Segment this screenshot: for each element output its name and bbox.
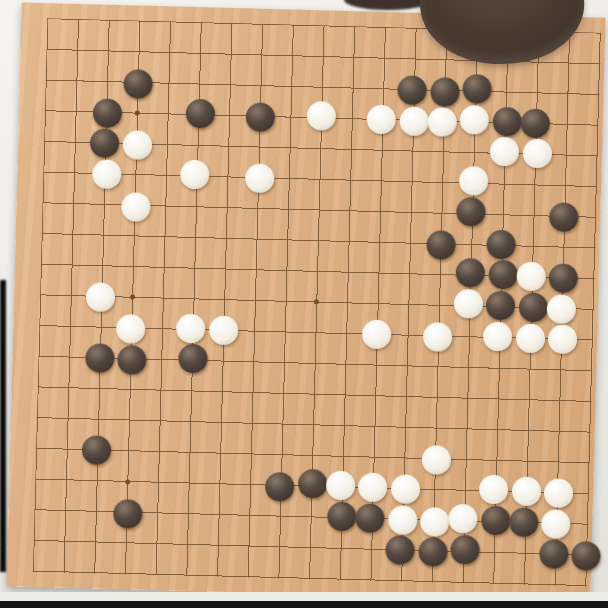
white-stone — [362, 319, 392, 349]
white-stone — [448, 504, 478, 534]
white-stone — [86, 282, 116, 312]
photo-edge-left — [0, 280, 6, 572]
white-stone — [541, 509, 571, 539]
white-stone — [522, 139, 552, 169]
white-stone — [358, 472, 388, 502]
white-stone — [326, 471, 356, 501]
white-stone — [490, 137, 520, 167]
white-stone — [122, 130, 152, 160]
white-stone — [421, 445, 451, 475]
white-stone — [459, 166, 489, 196]
table-edge — [0, 592, 608, 601]
white-stone — [546, 294, 576, 324]
black-stone — [571, 541, 601, 571]
star-point — [314, 300, 319, 305]
black-stone — [327, 501, 357, 531]
black-stone — [123, 69, 153, 99]
white-stone — [460, 105, 490, 135]
white-stone — [427, 108, 457, 138]
white-stone — [121, 192, 151, 222]
white-stone — [388, 505, 418, 535]
black-stone — [450, 534, 480, 564]
white-stone — [511, 476, 541, 506]
bowl-lid-sliver — [344, 0, 432, 10]
black-stone — [488, 260, 518, 290]
black-stone — [426, 230, 456, 260]
white-stone — [180, 160, 210, 190]
black-stone — [456, 258, 486, 288]
black-stone — [355, 503, 385, 533]
black-stone — [462, 74, 492, 104]
black-stone — [539, 539, 569, 569]
black-stone — [418, 537, 448, 567]
black-stone — [549, 263, 579, 293]
white-stone — [453, 289, 483, 319]
white-stone — [176, 313, 206, 343]
white-stone — [209, 315, 239, 345]
white-stone — [515, 323, 545, 353]
black-stone — [430, 77, 460, 107]
black-stone — [509, 507, 539, 537]
go-board — [6, 2, 605, 601]
black-stone — [113, 499, 143, 529]
black-stone — [397, 75, 427, 105]
star-point — [125, 479, 130, 484]
star-point — [130, 295, 135, 300]
white-stone — [548, 325, 578, 355]
white-stone — [483, 321, 513, 351]
black-stone — [178, 344, 208, 374]
board-grid — [33, 18, 601, 586]
black-stone — [456, 197, 486, 227]
black-stone — [92, 98, 122, 128]
star-point — [135, 111, 140, 116]
white-stone — [479, 475, 509, 505]
black-stone — [185, 98, 215, 128]
black-stone — [85, 343, 115, 373]
white-stone — [245, 163, 275, 193]
white-stone — [399, 106, 429, 136]
white-stone — [544, 478, 574, 508]
black-stone — [117, 345, 147, 375]
black-stone — [486, 291, 516, 321]
black-stone — [481, 505, 511, 535]
black-stone — [90, 128, 120, 158]
photo — [0, 0, 608, 608]
black-stone — [549, 202, 579, 232]
black-stone — [265, 472, 295, 502]
white-stone — [390, 474, 420, 504]
black-stone — [486, 229, 516, 259]
white-stone — [420, 507, 450, 537]
white-stone — [306, 101, 336, 131]
black-stone — [518, 292, 548, 322]
white-stone — [367, 104, 397, 134]
white-stone — [516, 262, 546, 292]
photo-edge-bottom — [0, 601, 608, 608]
black-stone — [492, 107, 522, 137]
black-stone — [298, 469, 328, 499]
white-stone — [116, 314, 146, 344]
black-stone — [520, 108, 550, 138]
black-stone — [385, 535, 415, 565]
white-stone — [422, 322, 452, 352]
white-stone — [92, 159, 122, 189]
black-stone — [246, 102, 276, 132]
black-stone — [82, 435, 112, 465]
